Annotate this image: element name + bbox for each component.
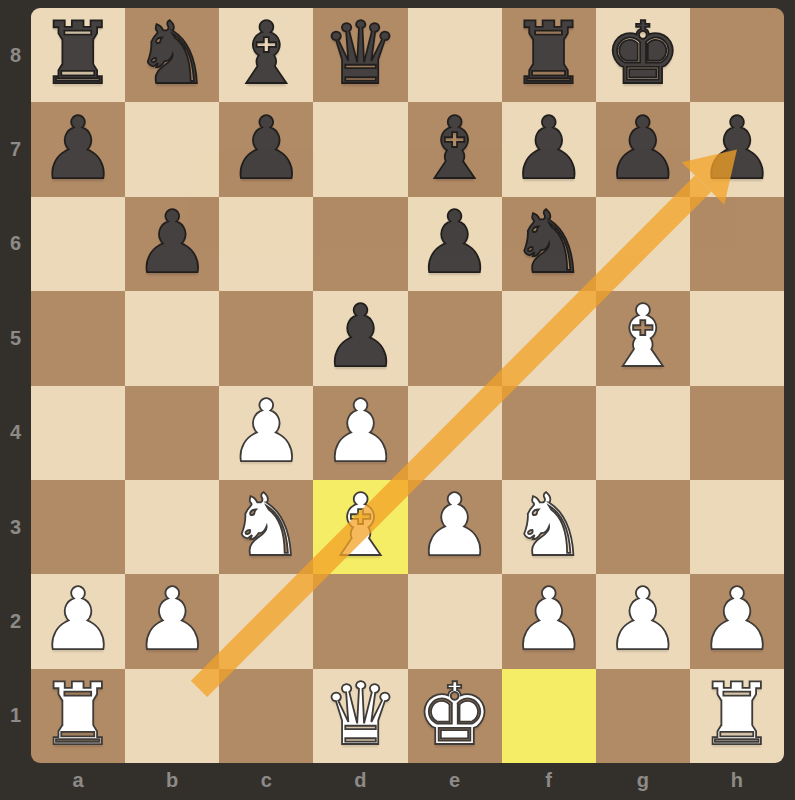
square-a7[interactable]: ♟ (31, 102, 125, 196)
black-pawn[interactable]: ♟ (40, 101, 117, 195)
square-d3[interactable]: ♝ (313, 480, 407, 574)
black-pawn[interactable]: ♟ (416, 195, 493, 289)
square-b5[interactable] (125, 291, 219, 385)
white-pawn[interactable]: ♟ (40, 572, 117, 666)
file-label-g: g (596, 763, 690, 797)
square-a2[interactable]: ♟ (31, 574, 125, 668)
square-e5[interactable] (408, 291, 502, 385)
square-a5[interactable] (31, 291, 125, 385)
square-h8[interactable] (690, 8, 784, 102)
square-c7[interactable]: ♟ (219, 102, 313, 196)
file-label-b: b (125, 763, 219, 797)
rank-label-3: 3 (0, 480, 31, 574)
black-pawn[interactable]: ♟ (134, 195, 211, 289)
white-knight[interactable]: ♞ (228, 478, 305, 572)
rank-labels: 87654321 (0, 8, 31, 763)
square-f3[interactable]: ♞ (502, 480, 596, 574)
square-g6[interactable] (596, 197, 690, 291)
black-knight[interactable]: ♞ (134, 8, 211, 100)
white-pawn[interactable]: ♟ (510, 572, 587, 666)
square-d6[interactable] (313, 197, 407, 291)
rank-label-8: 8 (0, 8, 31, 102)
square-e6[interactable]: ♟ (408, 197, 502, 291)
black-pawn[interactable]: ♟ (510, 101, 587, 195)
square-h4[interactable] (690, 386, 784, 480)
black-pawn[interactable]: ♟ (698, 101, 775, 195)
black-pawn[interactable]: ♟ (322, 289, 399, 383)
square-e2[interactable] (408, 574, 502, 668)
black-knight[interactable]: ♞ (510, 195, 587, 289)
white-rook[interactable]: ♜ (698, 667, 775, 761)
white-king[interactable]: ♚ (416, 667, 493, 761)
square-g2[interactable]: ♟ (596, 574, 690, 668)
square-d5[interactable]: ♟ (313, 291, 407, 385)
square-g5[interactable]: ♝ (596, 291, 690, 385)
square-g4[interactable] (596, 386, 690, 480)
square-f5[interactable] (502, 291, 596, 385)
chess-board[interactable]: ♜♞♝♛♜♚♟♟♝♟♟♟♟♟♞♟♝♟♟♞♝♟♞♟♟♟♟♟♜♛♚♜ (31, 8, 784, 763)
chess-app: 87654321 ♜♞♝♛♜♚♟♟♝♟♟♟♟♟♞♟♝♟♟♞♝♟♞♟♟♟♟♟♜♛♚… (0, 0, 795, 800)
square-a3[interactable] (31, 480, 125, 574)
white-pawn[interactable]: ♟ (604, 572, 681, 666)
square-f8[interactable]: ♜ (502, 8, 596, 102)
rank-label-6: 6 (0, 197, 31, 291)
square-h1[interactable]: ♜ (690, 669, 784, 763)
black-king[interactable]: ♚ (604, 8, 681, 100)
file-labels: abcdefgh (31, 763, 784, 797)
file-label-a: a (31, 763, 125, 797)
square-f2[interactable]: ♟ (502, 574, 596, 668)
square-h7[interactable]: ♟ (690, 102, 784, 196)
square-c3[interactable]: ♞ (219, 480, 313, 574)
rank-label-1: 1 (0, 669, 31, 763)
white-rook[interactable]: ♜ (40, 667, 117, 761)
square-f6[interactable]: ♞ (502, 197, 596, 291)
white-bishop[interactable]: ♝ (604, 289, 681, 383)
black-bishop[interactable]: ♝ (228, 8, 305, 100)
rank-label-5: 5 (0, 291, 31, 385)
square-f1[interactable] (502, 669, 596, 763)
square-b2[interactable]: ♟ (125, 574, 219, 668)
square-a4[interactable] (31, 386, 125, 480)
square-b4[interactable] (125, 386, 219, 480)
square-a8[interactable]: ♜ (31, 8, 125, 102)
square-e8[interactable] (408, 8, 502, 102)
square-g1[interactable] (596, 669, 690, 763)
square-b8[interactable]: ♞ (125, 8, 219, 102)
square-g8[interactable]: ♚ (596, 8, 690, 102)
square-c4[interactable]: ♟ (219, 386, 313, 480)
square-g3[interactable] (596, 480, 690, 574)
file-label-h: h (690, 763, 784, 797)
square-h3[interactable] (690, 480, 784, 574)
square-b7[interactable] (125, 102, 219, 196)
white-pawn[interactable]: ♟ (322, 384, 399, 478)
square-f4[interactable] (502, 386, 596, 480)
square-f7[interactable]: ♟ (502, 102, 596, 196)
black-pawn[interactable]: ♟ (604, 101, 681, 195)
square-a1[interactable]: ♜ (31, 669, 125, 763)
square-h2[interactable]: ♟ (690, 574, 784, 668)
white-knight[interactable]: ♞ (510, 478, 587, 572)
square-c6[interactable] (219, 197, 313, 291)
square-c1[interactable] (219, 669, 313, 763)
black-queen[interactable]: ♛ (322, 8, 399, 100)
white-pawn[interactable]: ♟ (134, 572, 211, 666)
square-h6[interactable] (690, 197, 784, 291)
square-c5[interactable] (219, 291, 313, 385)
square-b3[interactable] (125, 480, 219, 574)
square-h5[interactable] (690, 291, 784, 385)
square-e4[interactable] (408, 386, 502, 480)
rank-label-2: 2 (0, 574, 31, 668)
square-d4[interactable]: ♟ (313, 386, 407, 480)
square-b1[interactable] (125, 669, 219, 763)
square-e7[interactable]: ♝ (408, 102, 502, 196)
square-g7[interactable]: ♟ (596, 102, 690, 196)
white-bishop[interactable]: ♝ (322, 478, 399, 572)
black-rook[interactable]: ♜ (40, 8, 117, 100)
square-c2[interactable] (219, 574, 313, 668)
rank-label-7: 7 (0, 102, 31, 196)
white-pawn[interactable]: ♟ (698, 572, 775, 666)
square-c8[interactable]: ♝ (219, 8, 313, 102)
square-d7[interactable] (313, 102, 407, 196)
square-e1[interactable]: ♚ (408, 669, 502, 763)
rank-label-4: 4 (0, 386, 31, 480)
black-bishop[interactable]: ♝ (416, 101, 493, 195)
white-pawn[interactable]: ♟ (416, 478, 493, 572)
file-label-e: e (408, 763, 502, 797)
square-d8[interactable]: ♛ (313, 8, 407, 102)
square-b6[interactable]: ♟ (125, 197, 219, 291)
square-e3[interactable]: ♟ (408, 480, 502, 574)
white-pawn[interactable]: ♟ (228, 384, 305, 478)
board-wrap: ♜♞♝♛♜♚♟♟♝♟♟♟♟♟♞♟♝♟♟♞♝♟♞♟♟♟♟♟♜♛♚♜ (31, 8, 784, 763)
file-label-f: f (502, 763, 596, 797)
black-rook[interactable]: ♜ (510, 8, 587, 100)
file-label-d: d (313, 763, 407, 797)
square-d1[interactable]: ♛ (313, 669, 407, 763)
white-queen[interactable]: ♛ (322, 667, 399, 761)
square-a6[interactable] (31, 197, 125, 291)
square-d2[interactable] (313, 574, 407, 668)
file-label-c: c (219, 763, 313, 797)
black-pawn[interactable]: ♟ (228, 101, 305, 195)
